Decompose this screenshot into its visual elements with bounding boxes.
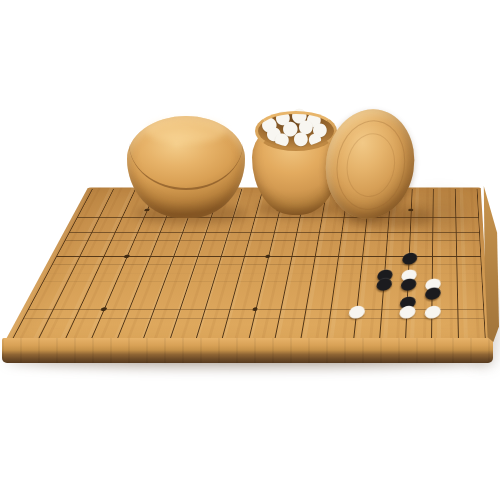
grid-cell <box>336 273 361 282</box>
grid-cell <box>252 225 277 233</box>
grid-cell <box>314 257 339 265</box>
grid-cell <box>211 282 238 291</box>
grid-cell <box>236 282 263 291</box>
grid-cell <box>433 257 457 265</box>
grid-cell <box>224 240 249 248</box>
grid-cell <box>340 240 364 248</box>
grid-cell <box>217 265 243 274</box>
grid-cell <box>297 225 321 233</box>
grid-cell <box>317 240 341 248</box>
grid-cell <box>296 233 320 241</box>
grid-cell <box>161 225 187 233</box>
grid-cell <box>292 248 317 256</box>
grid-cell <box>363 248 387 256</box>
grid-cell <box>289 265 315 274</box>
black-stone: ● <box>397 276 421 290</box>
grid-cell <box>258 291 285 300</box>
grid-cell <box>411 233 434 241</box>
grid-cell <box>333 291 359 300</box>
grid-cell <box>238 273 264 282</box>
grid-cell <box>233 291 260 300</box>
grid-cell <box>358 291 384 300</box>
closed-bowl-lid-seam <box>129 96 243 190</box>
grid-cell <box>186 282 213 291</box>
grid-cell <box>206 300 234 309</box>
grid-cell <box>434 233 457 241</box>
grid-cell <box>362 257 386 265</box>
grid-cell <box>338 257 363 265</box>
grid-cell <box>458 291 483 300</box>
grid-cell <box>251 319 279 329</box>
grid-cell <box>151 248 178 256</box>
grid-cell <box>276 218 300 225</box>
grid-cell <box>410 240 433 248</box>
grid-cell <box>455 189 477 196</box>
grid-cell <box>273 233 298 241</box>
grid-cell <box>168 265 195 274</box>
grid-cell <box>174 319 203 329</box>
grid-cell <box>250 233 275 241</box>
grid-cell <box>183 291 211 300</box>
grid-cell <box>229 225 254 233</box>
grid-cell <box>310 282 336 291</box>
grid-cell <box>175 248 201 256</box>
grid-cell <box>165 273 192 282</box>
grid-cell <box>457 248 481 256</box>
grid-cell <box>281 300 308 309</box>
grid-cell <box>195 257 221 265</box>
grid-cell <box>158 233 184 241</box>
closed-bowl-highlight <box>146 119 226 143</box>
grid-cell <box>204 233 229 241</box>
grid-cell <box>162 282 190 291</box>
grid-cell <box>457 240 480 248</box>
grid-cell <box>219 257 245 265</box>
grid-cell <box>243 257 269 265</box>
grid-cell <box>241 265 267 274</box>
grid-cell <box>387 240 411 248</box>
grid-cell <box>458 310 484 320</box>
grid-cell <box>200 319 229 329</box>
grid-cell <box>180 300 208 309</box>
board-front-edge <box>2 338 493 363</box>
grid-cell <box>457 273 482 282</box>
white-stone: ● <box>344 304 369 319</box>
white-stone: ● <box>395 304 420 319</box>
grid-cell <box>198 248 224 256</box>
grid-cell <box>365 233 389 241</box>
grid-cell <box>458 300 483 309</box>
grid-cell <box>311 273 337 282</box>
grid-cell <box>137 282 165 291</box>
open-bowl-rim <box>255 111 337 151</box>
black-stone: ● <box>421 285 445 299</box>
grid-cell <box>319 233 343 241</box>
grid-cell <box>308 291 334 300</box>
grid-cell <box>227 233 252 241</box>
grid-cell <box>433 265 457 274</box>
grid-cell <box>457 282 482 291</box>
grid-cell <box>456 233 479 241</box>
grid-cell <box>294 240 319 248</box>
grid-cell <box>412 189 434 196</box>
grid-cell <box>148 257 175 265</box>
grid-cell <box>201 240 227 248</box>
grid-cell <box>457 257 481 265</box>
grid-cell <box>192 265 219 274</box>
grid-cell <box>256 300 283 309</box>
grid-cell <box>339 248 363 256</box>
grid-cell <box>279 310 306 320</box>
grid-cell <box>283 291 310 300</box>
grid-cell <box>260 282 286 291</box>
grid-cell <box>144 265 171 274</box>
grid-cell <box>225 319 253 329</box>
grid-cell <box>208 291 235 300</box>
grid-cell <box>337 265 362 274</box>
grid-cell <box>307 300 334 309</box>
grid-cell <box>158 291 186 300</box>
grid-cell <box>247 240 272 248</box>
grid-cell <box>277 319 305 329</box>
white-stone: ● <box>421 304 446 319</box>
grid-cell <box>228 310 256 320</box>
grid-cell <box>388 233 411 241</box>
grid-cell <box>267 257 293 265</box>
grid-cell <box>154 240 180 248</box>
grid-cell <box>206 225 231 233</box>
grid-cell <box>134 291 162 300</box>
grid-cell <box>316 248 341 256</box>
grid-cell <box>433 319 459 329</box>
grid-cell <box>171 257 198 265</box>
grid-cell <box>458 319 484 329</box>
grid-cell <box>285 282 311 291</box>
grid-cell <box>214 273 241 282</box>
grid-cell <box>151 310 180 320</box>
grid-cell <box>269 248 294 256</box>
grid-cell <box>183 225 208 233</box>
grid-cell <box>254 218 278 225</box>
grid-cell <box>342 233 366 241</box>
go-set-product-photo: ●●●●●●●●●●● ●●●●●●●●●●● <box>0 0 500 500</box>
grid-cell <box>329 319 356 329</box>
grid-cell <box>238 196 262 203</box>
grid-cell <box>231 300 258 309</box>
grid-cell <box>305 310 332 320</box>
grid-cell <box>155 300 183 309</box>
grid-cell <box>254 310 282 320</box>
grid-cell <box>364 240 388 248</box>
grid-cell <box>189 273 216 282</box>
grid-cell <box>313 265 338 274</box>
lid-cast-shadow <box>408 196 470 232</box>
black-stone: ● <box>399 251 422 265</box>
grid-cell <box>433 248 457 256</box>
black-stone: ● <box>372 276 396 290</box>
grid-cell <box>181 233 207 241</box>
grid-cell <box>265 265 291 274</box>
grid-cell <box>203 310 231 320</box>
grid-cell <box>303 319 330 329</box>
grid-cell <box>222 248 248 256</box>
grid-cell <box>290 257 315 265</box>
grid-cell <box>287 273 313 282</box>
grid-cell <box>130 300 159 309</box>
grid-cell <box>274 225 298 233</box>
grid-cell <box>381 319 407 329</box>
grid-cell <box>299 218 323 225</box>
grid-cell <box>177 310 205 320</box>
grid-cell <box>178 240 204 248</box>
grid-cell <box>320 225 344 233</box>
grid-cell <box>271 240 296 248</box>
grid-cell <box>148 319 177 329</box>
grid-cell <box>334 282 360 291</box>
grid-cell <box>457 265 481 274</box>
grid-cell <box>355 319 382 329</box>
grid-cell <box>433 240 456 248</box>
grid-cell <box>263 273 289 282</box>
grid-cell <box>141 273 169 282</box>
grid-cell <box>407 319 433 329</box>
